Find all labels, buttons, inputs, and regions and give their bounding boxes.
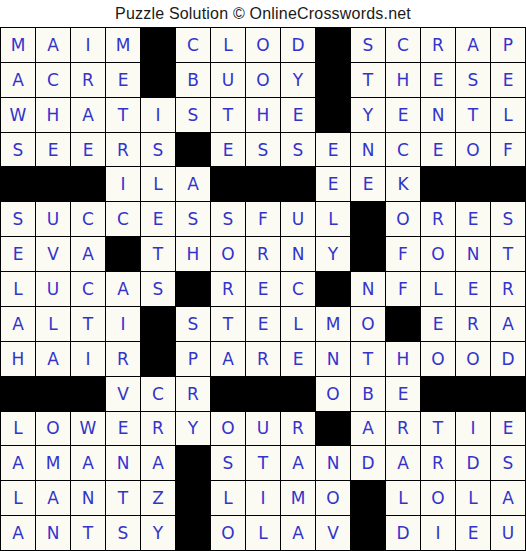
letter-cell-r1c6: C [176, 28, 210, 62]
letter-cell-r10c2: A [36, 342, 70, 376]
letter-cell-r8c2: U [36, 272, 70, 306]
letter-cell-r11c5: C [141, 377, 175, 411]
letter-cell-r2c3: R [71, 63, 105, 97]
letter-cell-r10c13: O [421, 342, 455, 376]
letter-cell-r7c9: N [281, 237, 315, 271]
block-cell-r11c15 [491, 377, 525, 411]
letter-cell-r3c9: E [281, 98, 315, 132]
letter-cell-r6c15: S [491, 202, 525, 236]
letter-cell-r14c9: M [281, 481, 315, 515]
letter-cell-r13c1: A [1, 446, 35, 480]
letter-cell-r6c6: S [176, 202, 210, 236]
letter-cell-r13c5: A [141, 446, 175, 480]
block-cell-r11c8 [246, 377, 280, 411]
block-cell-r9c5 [141, 307, 175, 341]
letter-cell-r4c10: E [316, 133, 350, 167]
letter-cell-r1c14: A [456, 28, 490, 62]
letter-cell-r6c14: E [456, 202, 490, 236]
letter-cell-r6c10: L [316, 202, 350, 236]
letter-cell-r7c10: Y [316, 237, 350, 271]
letter-cell-r9c7: T [211, 307, 245, 341]
letter-cell-r1c12: C [386, 28, 420, 62]
block-cell-r5c3 [71, 167, 105, 201]
block-cell-r15c11 [351, 516, 385, 550]
letter-cell-r7c13: O [421, 237, 455, 271]
letter-cell-r15c4: S [106, 516, 140, 550]
letter-cell-r1c7: L [211, 28, 245, 62]
letter-cell-r8c11: N [351, 272, 385, 306]
letter-cell-r7c3: A [71, 237, 105, 271]
letter-cell-r6c3: C [71, 202, 105, 236]
puzzle-solution-page: Puzzle Solution © OnlineCrosswords.net M… [0, 0, 526, 551]
letter-cell-r9c9: L [281, 307, 315, 341]
letter-cell-r13c2: M [36, 446, 70, 480]
letter-cell-r9c6: S [176, 307, 210, 341]
letter-cell-r6c8: F [246, 202, 280, 236]
block-cell-r5c14 [456, 167, 490, 201]
block-cell-r1c10 [316, 28, 350, 62]
letter-cell-r2c4: E [106, 63, 140, 97]
letter-cell-r10c15: D [491, 342, 525, 376]
letter-cell-r1c11: S [351, 28, 385, 62]
letter-cell-r12c4: E [106, 412, 140, 446]
letter-cell-r3c14: T [456, 98, 490, 132]
letter-cell-r2c8: O [246, 63, 280, 97]
letter-cell-r10c3: I [71, 342, 105, 376]
letter-cell-r10c14: O [456, 342, 490, 376]
letter-cell-r3c7: T [211, 98, 245, 132]
letter-cell-r13c12: A [386, 446, 420, 480]
letter-cell-r3c11: Y [351, 98, 385, 132]
letter-cell-r7c1: E [1, 237, 35, 271]
letter-cell-r13c11: D [351, 446, 385, 480]
letter-cell-r5c4: I [106, 167, 140, 201]
letter-cell-r14c12: L [386, 481, 420, 515]
letter-cell-r15c8: L [246, 516, 280, 550]
letter-cell-r12c2: O [36, 412, 70, 446]
block-cell-r7c4 [106, 237, 140, 271]
block-cell-r7c11 [351, 237, 385, 271]
letter-cell-r2c12: H [386, 63, 420, 97]
letter-cell-r13c8: T [246, 446, 280, 480]
block-cell-r1c5 [141, 28, 175, 62]
letter-cell-r2c9: Y [281, 63, 315, 97]
letter-cell-r4c9: S [281, 133, 315, 167]
letter-cell-r3c5: I [141, 98, 175, 132]
letter-cell-r10c12: H [386, 342, 420, 376]
block-cell-r9c12 [386, 307, 420, 341]
block-cell-r10c5 [141, 342, 175, 376]
letter-cell-r12c11: A [351, 412, 385, 446]
letter-cell-r9c10: M [316, 307, 350, 341]
letter-cell-r7c14: N [456, 237, 490, 271]
letter-cell-r15c10: V [316, 516, 350, 550]
block-cell-r13c6 [176, 446, 210, 480]
letter-cell-r14c10: O [316, 481, 350, 515]
letter-cell-r4c4: R [106, 133, 140, 167]
block-cell-r11c7 [211, 377, 245, 411]
letter-cell-r3c8: H [246, 98, 280, 132]
letter-cell-r11c6: R [176, 377, 210, 411]
letter-cell-r12c1: L [1, 412, 35, 446]
letter-cell-r5c12: K [386, 167, 420, 201]
letter-cell-r8c13: L [421, 272, 455, 306]
letter-cell-r3c3: A [71, 98, 105, 132]
letter-cell-r12c13: T [421, 412, 455, 446]
letter-cell-r14c2: A [36, 481, 70, 515]
block-cell-r11c14 [456, 377, 490, 411]
letter-cell-r13c14: D [456, 446, 490, 480]
letter-cell-r8c1: L [1, 272, 35, 306]
letter-cell-r10c7: A [211, 342, 245, 376]
letter-cell-r7c2: V [36, 237, 70, 271]
letter-cell-r12c3: W [71, 412, 105, 446]
letter-cell-r15c7: O [211, 516, 245, 550]
letter-cell-r6c2: U [36, 202, 70, 236]
letter-cell-r5c5: L [141, 167, 175, 201]
letter-cell-r15c9: A [281, 516, 315, 550]
letter-cell-r11c12: E [386, 377, 420, 411]
letter-cell-r15c2: N [36, 516, 70, 550]
letter-cell-r9c4: I [106, 307, 140, 341]
letter-cell-r3c2: H [36, 98, 70, 132]
letter-cell-r6c12: O [386, 202, 420, 236]
crossword-grid: MAIMCLODSCRAPACREBUOYTHESEWHATISTHEYENTL… [0, 27, 526, 551]
letter-cell-r2c1: A [1, 63, 35, 97]
letter-cell-r8c14: E [456, 272, 490, 306]
letter-cell-r8c7: R [211, 272, 245, 306]
block-cell-r12c10 [316, 412, 350, 446]
letter-cell-r9c1: A [1, 307, 35, 341]
letter-cell-r8c4: A [106, 272, 140, 306]
letter-cell-r5c10: E [316, 167, 350, 201]
letter-cell-r8c3: C [71, 272, 105, 306]
letter-cell-r12c15: E [491, 412, 525, 446]
letter-cell-r12c5: R [141, 412, 175, 446]
letter-cell-r13c15: S [491, 446, 525, 480]
block-cell-r4c6 [176, 133, 210, 167]
block-cell-r15c6 [176, 516, 210, 550]
letter-cell-r9c2: L [36, 307, 70, 341]
letter-cell-r1c2: A [36, 28, 70, 62]
letter-cell-r8c5: S [141, 272, 175, 306]
letter-cell-r12c9: R [281, 412, 315, 446]
letter-cell-r12c6: Y [176, 412, 210, 446]
letter-cell-r7c8: R [246, 237, 280, 271]
letter-cell-r1c8: O [246, 28, 280, 62]
letter-cell-r2c14: S [456, 63, 490, 97]
letter-cell-r13c13: R [421, 446, 455, 480]
block-cell-r5c9 [281, 167, 315, 201]
letter-cell-r13c3: A [71, 446, 105, 480]
letter-cell-r8c12: F [386, 272, 420, 306]
block-cell-r5c1 [1, 167, 35, 201]
letter-cell-r2c7: U [211, 63, 245, 97]
letter-cell-r1c3: I [71, 28, 105, 62]
letter-cell-r14c15: A [491, 481, 525, 515]
letter-cell-r15c12: D [386, 516, 420, 550]
letter-cell-r15c3: T [71, 516, 105, 550]
letter-cell-r7c5: T [141, 237, 175, 271]
letter-cell-r4c14: O [456, 133, 490, 167]
letter-cell-r7c7: O [211, 237, 245, 271]
letter-cell-r7c15: T [491, 237, 525, 271]
letter-cell-r7c12: F [386, 237, 420, 271]
letter-cell-r14c1: L [1, 481, 35, 515]
letter-cell-r10c1: H [1, 342, 35, 376]
letter-cell-r5c6: A [176, 167, 210, 201]
letter-cell-r13c9: A [281, 446, 315, 480]
letter-cell-r1c15: P [491, 28, 525, 62]
letter-cell-r8c15: R [491, 272, 525, 306]
letter-cell-r14c4: T [106, 481, 140, 515]
block-cell-r8c6 [176, 272, 210, 306]
block-cell-r11c13 [421, 377, 455, 411]
block-cell-r11c9 [281, 377, 315, 411]
letter-cell-r11c11: B [351, 377, 385, 411]
page-title: Puzzle Solution © OnlineCrosswords.net [0, 0, 526, 27]
letter-cell-r4c1: S [1, 133, 35, 167]
letter-cell-r4c13: E [421, 133, 455, 167]
block-cell-r14c11 [351, 481, 385, 515]
letter-cell-r3c15: L [491, 98, 525, 132]
letter-cell-r14c3: N [71, 481, 105, 515]
letter-cell-r2c13: E [421, 63, 455, 97]
letter-cell-r12c14: I [456, 412, 490, 446]
letter-cell-r5c11: E [351, 167, 385, 201]
block-cell-r5c7 [211, 167, 245, 201]
letter-cell-r12c12: R [386, 412, 420, 446]
letter-cell-r9c8: E [246, 307, 280, 341]
letter-cell-r6c13: R [421, 202, 455, 236]
block-cell-r5c13 [421, 167, 455, 201]
letter-cell-r15c15: U [491, 516, 525, 550]
letter-cell-r6c1: S [1, 202, 35, 236]
letter-cell-r3c12: E [386, 98, 420, 132]
letter-cell-r14c14: L [456, 481, 490, 515]
letter-cell-r13c7: S [211, 446, 245, 480]
block-cell-r5c2 [36, 167, 70, 201]
letter-cell-r8c9: C [281, 272, 315, 306]
letter-cell-r9c14: R [456, 307, 490, 341]
letter-cell-r4c3: E [71, 133, 105, 167]
block-cell-r5c15 [491, 167, 525, 201]
letter-cell-r2c6: B [176, 63, 210, 97]
letter-cell-r11c10: O [316, 377, 350, 411]
letter-cell-r1c13: R [421, 28, 455, 62]
letter-cell-r1c1: M [1, 28, 35, 62]
letter-cell-r4c8: S [246, 133, 280, 167]
letter-cell-r10c4: R [106, 342, 140, 376]
letter-cell-r14c8: I [246, 481, 280, 515]
letter-cell-r12c7: O [211, 412, 245, 446]
letter-cell-r6c4: C [106, 202, 140, 236]
letter-cell-r15c1: A [1, 516, 35, 550]
letter-cell-r3c1: W [1, 98, 35, 132]
letter-cell-r9c11: O [351, 307, 385, 341]
letter-cell-r6c5: E [141, 202, 175, 236]
letter-cell-r2c15: E [491, 63, 525, 97]
letter-cell-r4c15: F [491, 133, 525, 167]
letter-cell-r9c13: E [421, 307, 455, 341]
letter-cell-r9c3: T [71, 307, 105, 341]
letter-cell-r1c4: M [106, 28, 140, 62]
block-cell-r3c10 [316, 98, 350, 132]
letter-cell-r12c8: U [246, 412, 280, 446]
letter-cell-r4c2: E [36, 133, 70, 167]
letter-cell-r4c7: E [211, 133, 245, 167]
letter-cell-r10c6: P [176, 342, 210, 376]
letter-cell-r2c2: C [36, 63, 70, 97]
letter-cell-r14c13: O [421, 481, 455, 515]
letter-cell-r10c9: E [281, 342, 315, 376]
block-cell-r14c6 [176, 481, 210, 515]
letter-cell-r10c11: T [351, 342, 385, 376]
letter-cell-r4c5: S [141, 133, 175, 167]
letter-cell-r6c9: U [281, 202, 315, 236]
letter-cell-r15c14: E [456, 516, 490, 550]
letter-cell-r9c15: A [491, 307, 525, 341]
letter-cell-r6c7: S [211, 202, 245, 236]
block-cell-r2c10 [316, 63, 350, 97]
letter-cell-r1c9: D [281, 28, 315, 62]
letter-cell-r11c4: V [106, 377, 140, 411]
letter-cell-r10c10: N [316, 342, 350, 376]
letter-cell-r2c11: T [351, 63, 385, 97]
letter-cell-r15c5: Y [141, 516, 175, 550]
letter-cell-r3c4: T [106, 98, 140, 132]
letter-cell-r10c8: R [246, 342, 280, 376]
block-cell-r11c2 [36, 377, 70, 411]
letter-cell-r4c12: C [386, 133, 420, 167]
letter-cell-r13c10: N [316, 446, 350, 480]
letter-cell-r7c6: H [176, 237, 210, 271]
letter-cell-r4c11: N [351, 133, 385, 167]
letter-cell-r13c4: N [106, 446, 140, 480]
letter-cell-r8c8: E [246, 272, 280, 306]
block-cell-r8c10 [316, 272, 350, 306]
letter-cell-r14c5: Z [141, 481, 175, 515]
block-cell-r2c5 [141, 63, 175, 97]
letter-cell-r15c13: I [421, 516, 455, 550]
block-cell-r11c1 [1, 377, 35, 411]
block-cell-r11c3 [71, 377, 105, 411]
letter-cell-r14c7: L [211, 481, 245, 515]
letter-cell-r3c13: N [421, 98, 455, 132]
block-cell-r6c11 [351, 202, 385, 236]
block-cell-r5c8 [246, 167, 280, 201]
letter-cell-r3c6: S [176, 98, 210, 132]
